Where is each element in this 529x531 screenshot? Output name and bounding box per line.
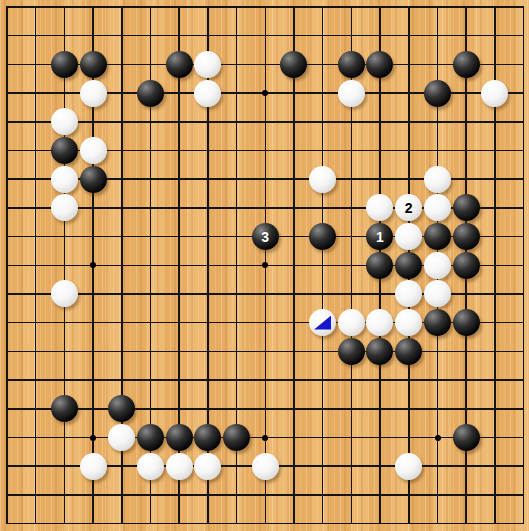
stone-white xyxy=(424,194,451,221)
stone-white xyxy=(51,194,78,221)
stone-black xyxy=(453,309,480,336)
stone-white xyxy=(252,453,279,480)
stone-black xyxy=(424,223,451,250)
stone-white xyxy=(366,194,393,221)
stone-white xyxy=(395,453,422,480)
stone-black xyxy=(166,424,193,451)
stone-black: 3 xyxy=(252,223,279,250)
stone-white xyxy=(194,80,221,107)
stone-white xyxy=(395,223,422,250)
move-number-label: 1 xyxy=(376,230,384,244)
stone-black xyxy=(51,137,78,164)
stone-black xyxy=(80,51,107,78)
stone-black xyxy=(453,51,480,78)
stone-white xyxy=(80,137,107,164)
stone-black xyxy=(424,309,451,336)
stone-white xyxy=(80,453,107,480)
stone-black xyxy=(338,338,365,365)
stone-black xyxy=(309,223,336,250)
stone-white xyxy=(395,280,422,307)
stone-black xyxy=(395,252,422,279)
stone-black xyxy=(51,51,78,78)
stone-white xyxy=(108,424,135,451)
stone-black xyxy=(366,338,393,365)
stone-black xyxy=(137,80,164,107)
stone-black: 1 xyxy=(366,223,393,250)
stone-black xyxy=(453,223,480,250)
go-board[interactable]: 231 xyxy=(0,0,529,531)
stone-white xyxy=(194,453,221,480)
stone-white xyxy=(309,309,336,336)
stone-white xyxy=(51,108,78,135)
stone-black xyxy=(166,51,193,78)
stone-black xyxy=(80,166,107,193)
stone-white xyxy=(137,453,164,480)
triangle-marker xyxy=(314,316,331,330)
stone-white xyxy=(194,51,221,78)
stone-white xyxy=(309,166,336,193)
stone-black xyxy=(51,395,78,422)
move-number-label: 3 xyxy=(261,230,269,244)
stone-black xyxy=(280,51,307,78)
stone-white xyxy=(424,252,451,279)
stone-white: 2 xyxy=(395,194,422,221)
stone-white xyxy=(424,166,451,193)
stone-black xyxy=(194,424,221,451)
stone-black xyxy=(424,80,451,107)
stone-white xyxy=(51,166,78,193)
stone-white xyxy=(366,309,393,336)
stone-white xyxy=(424,280,451,307)
stone-white xyxy=(338,80,365,107)
stone-white xyxy=(51,280,78,307)
stone-black xyxy=(223,424,250,451)
stone-black xyxy=(366,252,393,279)
stone-black xyxy=(108,395,135,422)
move-number-label: 2 xyxy=(405,201,413,215)
stone-black xyxy=(453,194,480,221)
stone-black xyxy=(395,338,422,365)
stone-white xyxy=(395,309,422,336)
stone-white xyxy=(80,80,107,107)
stone-white xyxy=(481,80,508,107)
stone-white xyxy=(166,453,193,480)
stone-black xyxy=(453,252,480,279)
stone-black xyxy=(453,424,480,451)
stone-white xyxy=(338,309,365,336)
stone-black xyxy=(338,51,365,78)
stone-black xyxy=(366,51,393,78)
stone-black xyxy=(137,424,164,451)
board-grid: 231 xyxy=(0,0,529,531)
